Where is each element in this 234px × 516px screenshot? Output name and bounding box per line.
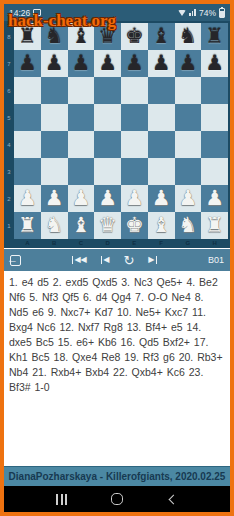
game-info-text: DianaPozharskaya - Killerofgiants, 2020.…	[9, 471, 226, 482]
black-knight: ♞	[45, 26, 64, 47]
square-e6[interactable]	[121, 77, 148, 104]
square-h2[interactable]: ♟	[201, 185, 228, 212]
eco-code: B01	[208, 255, 224, 265]
rank-label-4: 4	[4, 131, 14, 158]
square-f3[interactable]	[148, 158, 175, 185]
white-rook: ♜	[18, 215, 37, 236]
white-knight: ♞	[45, 215, 64, 236]
square-e7[interactable]: ♟	[121, 50, 148, 77]
square-c8[interactable]: ♝	[68, 23, 95, 50]
square-a4[interactable]	[14, 131, 41, 158]
black-pawn: ♟	[205, 53, 224, 74]
black-pawn: ♟	[71, 53, 90, 74]
home-button[interactable]	[102, 489, 132, 509]
square-b6[interactable]	[41, 77, 68, 104]
square-h1[interactable]: ♜	[201, 212, 228, 239]
white-pawn: ♟	[45, 188, 64, 209]
square-h8[interactable]: ♜	[201, 23, 228, 50]
square-d2[interactable]: ♟	[94, 185, 121, 212]
recents-icon	[56, 494, 66, 505]
square-g7[interactable]: ♟	[175, 50, 202, 77]
recents-button[interactable]	[47, 489, 77, 509]
square-a5[interactable]	[14, 104, 41, 131]
black-pawn: ♟	[125, 53, 144, 74]
white-knight: ♞	[178, 215, 197, 236]
status-left: 14:26	[9, 8, 41, 18]
square-c3[interactable]	[68, 158, 95, 185]
file-label-c: C	[68, 239, 95, 248]
square-b2[interactable]: ♟	[41, 185, 68, 212]
square-d4[interactable]	[94, 131, 121, 158]
black-pawn: ♟	[98, 53, 117, 74]
next-move-button[interactable]: ▶	[148, 256, 157, 264]
file-label-f: F	[148, 239, 175, 248]
file-label-d: D	[94, 239, 121, 248]
white-pawn: ♟	[125, 188, 144, 209]
square-g5[interactable]	[175, 104, 202, 131]
square-e4[interactable]	[121, 131, 148, 158]
square-g4[interactable]	[175, 131, 202, 158]
status-right: 74%	[178, 8, 225, 18]
square-b8[interactable]: ♞	[41, 23, 68, 50]
replay-toolbar: ◀◀ ◀ ↻ ▶ B01	[4, 249, 230, 271]
square-d8[interactable]: ♛	[94, 23, 121, 50]
square-e5[interactable]	[121, 104, 148, 131]
square-f1[interactable]: ♝	[148, 212, 175, 239]
phone-screen: hack-cheat.org 14:26 74% 87654321 ♜♞♝♛♚♝…	[0, 0, 234, 516]
rank-label-1: 1	[4, 212, 14, 239]
rank-label-7: 7	[4, 50, 14, 77]
square-a2[interactable]: ♟	[14, 185, 41, 212]
file-label-b: B	[41, 239, 68, 248]
chess-board: 87654321 ♜♞♝♛♚♝♞♜♟♟♟♟♟♟♟♟♟♟♟♟♟♟♟♟♜♞♝♛♚♝♞…	[4, 21, 230, 248]
square-d3[interactable]	[94, 158, 121, 185]
square-c7[interactable]: ♟	[68, 50, 95, 77]
screenshot-icon	[33, 9, 41, 16]
square-a7[interactable]: ♟	[14, 50, 41, 77]
square-c4[interactable]	[68, 131, 95, 158]
black-queen: ♛	[98, 26, 117, 47]
wifi-icon	[178, 10, 186, 16]
square-f6[interactable]	[148, 77, 175, 104]
white-rook: ♜	[205, 215, 224, 236]
white-pawn: ♟	[152, 188, 171, 209]
square-h3[interactable]	[201, 158, 228, 185]
file-label-a: A	[14, 239, 41, 248]
square-f2[interactable]: ♟	[148, 185, 175, 212]
rank-label-2: 2	[4, 185, 14, 212]
white-pawn: ♟	[178, 188, 197, 209]
battery-icon	[219, 8, 225, 18]
file-label-e: E	[121, 239, 148, 248]
square-a8[interactable]: ♜	[14, 23, 41, 50]
white-bishop: ♝	[71, 215, 90, 236]
square-b5[interactable]	[41, 104, 68, 131]
square-e1[interactable]: ♚	[121, 212, 148, 239]
square-d6[interactable]	[94, 77, 121, 104]
square-h5[interactable]	[201, 104, 228, 131]
file-labels: ABCDEFGH	[4, 239, 228, 248]
white-pawn: ♟	[18, 188, 37, 209]
move-list-text[interactable]: 1. e4 d5 2. exd5 Qxd5 3. Nc3 Qe5+ 4. Be2…	[9, 275, 225, 395]
square-f5[interactable]	[148, 104, 175, 131]
white-queen: ♛	[98, 215, 117, 236]
black-rook: ♜	[205, 26, 224, 47]
square-a1[interactable]: ♜	[14, 212, 41, 239]
move-list-area[interactable]: 1. e4 d5 2. exd5 Qxd5 3. Nc3 Qe5+ 4. Be2…	[4, 271, 230, 466]
black-pawn: ♟	[152, 53, 171, 74]
square-b4[interactable]	[41, 131, 68, 158]
black-pawn: ♟	[18, 53, 37, 74]
file-label-g: G	[175, 239, 202, 248]
square-e8[interactable]: ♚	[121, 23, 148, 50]
black-pawn: ♟	[45, 53, 64, 74]
autoplay-icon[interactable]: ↻	[123, 254, 134, 267]
square-f4[interactable]	[148, 131, 175, 158]
white-bishop: ♝	[152, 215, 171, 236]
rank-label-8: 8	[4, 23, 14, 50]
square-h7[interactable]: ♟	[201, 50, 228, 77]
clock-time: 14:26	[9, 8, 30, 18]
white-pawn: ♟	[71, 188, 90, 209]
white-king: ♚	[125, 215, 144, 236]
signal-icon	[189, 9, 196, 16]
rank-label-6: 6	[4, 77, 14, 104]
square-f8[interactable]: ♝	[148, 23, 175, 50]
file-label-h: H	[201, 239, 228, 248]
black-knight: ♞	[178, 26, 197, 47]
rank-label-3: 3	[4, 158, 14, 185]
square-g8[interactable]: ♞	[175, 23, 202, 50]
android-nav-bar	[4, 486, 230, 512]
black-bishop: ♝	[152, 26, 171, 47]
square-h6[interactable]	[201, 77, 228, 104]
square-d5[interactable]	[94, 104, 121, 131]
square-g6[interactable]	[175, 77, 202, 104]
square-d1[interactable]: ♛	[94, 212, 121, 239]
square-e3[interactable]	[121, 158, 148, 185]
square-g2[interactable]: ♟	[175, 185, 202, 212]
square-h4[interactable]	[201, 131, 228, 158]
back-button[interactable]	[157, 489, 187, 509]
square-b7[interactable]: ♟	[41, 50, 68, 77]
square-g1[interactable]: ♞	[175, 212, 202, 239]
square-d7[interactable]: ♟	[94, 50, 121, 77]
status-bar: 14:26 74%	[4, 4, 230, 21]
square-b3[interactable]	[41, 158, 68, 185]
square-f7[interactable]: ♟	[148, 50, 175, 77]
skip-to-start-button[interactable]: ◀◀	[72, 256, 87, 264]
previous-move-button[interactable]: ◀	[101, 256, 110, 264]
white-pawn: ♟	[205, 188, 224, 209]
game-info-bar: DianaPozharskaya - Killerofgiants, 2020.…	[4, 466, 230, 486]
square-g3[interactable]	[175, 158, 202, 185]
square-c6[interactable]	[68, 77, 95, 104]
square-a6[interactable]	[14, 77, 41, 104]
exit-icon[interactable]	[10, 255, 21, 266]
square-b1[interactable]: ♞	[41, 212, 68, 239]
black-rook: ♜	[18, 26, 37, 47]
home-icon	[111, 493, 123, 505]
black-pawn: ♟	[178, 53, 197, 74]
rank-labels: 87654321	[4, 23, 14, 239]
square-c2[interactable]: ♟	[68, 185, 95, 212]
square-c5[interactable]	[68, 104, 95, 131]
white-pawn: ♟	[98, 188, 117, 209]
board-grid: ♜♞♝♛♚♝♞♜♟♟♟♟♟♟♟♟♟♟♟♟♟♟♟♟♜♞♝♛♚♝♞♜	[14, 23, 228, 239]
square-c1[interactable]: ♝	[68, 212, 95, 239]
square-e2[interactable]: ♟	[121, 185, 148, 212]
rank-label-5: 5	[4, 104, 14, 131]
battery-percent: 74%	[199, 8, 216, 18]
square-a3[interactable]	[14, 158, 41, 185]
black-king: ♚	[125, 26, 144, 47]
black-bishop: ♝	[71, 26, 90, 47]
back-icon	[169, 494, 179, 504]
